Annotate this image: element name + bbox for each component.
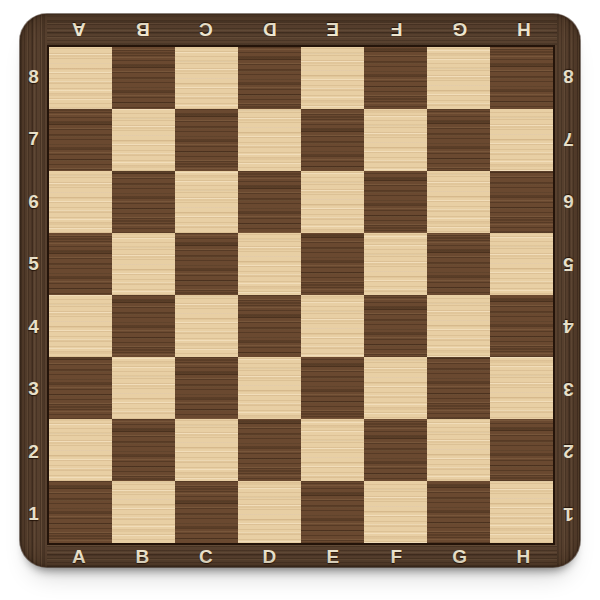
square-g6[interactable]: [427, 171, 490, 233]
square-e8[interactable]: [301, 47, 364, 109]
square-c7[interactable]: [175, 109, 238, 171]
square-b7[interactable]: [112, 109, 175, 171]
square-d6[interactable]: [238, 171, 301, 233]
square-a2[interactable]: [49, 419, 112, 481]
square-h8[interactable]: [490, 47, 553, 109]
square-d5[interactable]: [238, 233, 301, 295]
square-d1[interactable]: [238, 481, 301, 543]
square-e5[interactable]: [301, 233, 364, 295]
square-c5[interactable]: [175, 233, 238, 295]
square-f3[interactable]: [364, 357, 427, 419]
square-g2[interactable]: [427, 419, 490, 481]
square-b4[interactable]: [112, 295, 175, 357]
square-d8[interactable]: [238, 47, 301, 109]
square-d4[interactable]: [238, 295, 301, 357]
square-b6[interactable]: [112, 171, 175, 233]
square-c6[interactable]: [175, 171, 238, 233]
square-e3[interactable]: [301, 357, 364, 419]
square-a1[interactable]: [49, 481, 112, 543]
square-g5[interactable]: [427, 233, 490, 295]
square-c8[interactable]: [175, 47, 238, 109]
square-c4[interactable]: [175, 295, 238, 357]
square-a6[interactable]: [49, 171, 112, 233]
square-e1[interactable]: [301, 481, 364, 543]
square-g8[interactable]: [427, 47, 490, 109]
chess-board: ABCDEFGH ABCDEFGH 87654321 87654321: [20, 14, 580, 567]
square-e4[interactable]: [301, 295, 364, 357]
square-g4[interactable]: [427, 295, 490, 357]
square-c3[interactable]: [175, 357, 238, 419]
square-h5[interactable]: [490, 233, 553, 295]
square-f4[interactable]: [364, 295, 427, 357]
square-b1[interactable]: [112, 481, 175, 543]
square-d7[interactable]: [238, 109, 301, 171]
square-h1[interactable]: [490, 481, 553, 543]
square-b3[interactable]: [112, 357, 175, 419]
square-a7[interactable]: [49, 109, 112, 171]
square-f8[interactable]: [364, 47, 427, 109]
square-h6[interactable]: [490, 171, 553, 233]
frame-bottom: [20, 545, 580, 567]
square-a4[interactable]: [49, 295, 112, 357]
square-f2[interactable]: [364, 419, 427, 481]
square-f1[interactable]: [364, 481, 427, 543]
square-a3[interactable]: [49, 357, 112, 419]
square-b8[interactable]: [112, 47, 175, 109]
square-a5[interactable]: [49, 233, 112, 295]
square-c2[interactable]: [175, 419, 238, 481]
frame-top: [20, 14, 580, 45]
square-b2[interactable]: [112, 419, 175, 481]
square-a8[interactable]: [49, 47, 112, 109]
page-background: ABCDEFGH ABCDEFGH 87654321 87654321: [0, 0, 600, 600]
square-h7[interactable]: [490, 109, 553, 171]
square-d2[interactable]: [238, 419, 301, 481]
square-g1[interactable]: [427, 481, 490, 543]
square-f6[interactable]: [364, 171, 427, 233]
square-f7[interactable]: [364, 109, 427, 171]
square-e2[interactable]: [301, 419, 364, 481]
square-h3[interactable]: [490, 357, 553, 419]
square-f5[interactable]: [364, 233, 427, 295]
square-g7[interactable]: [427, 109, 490, 171]
square-d3[interactable]: [238, 357, 301, 419]
square-b5[interactable]: [112, 233, 175, 295]
square-h4[interactable]: [490, 295, 553, 357]
square-c1[interactable]: [175, 481, 238, 543]
square-g3[interactable]: [427, 357, 490, 419]
frame-left: [20, 14, 47, 567]
square-e6[interactable]: [301, 171, 364, 233]
square-h2[interactable]: [490, 419, 553, 481]
frame-right: [557, 14, 580, 567]
square-e7[interactable]: [301, 109, 364, 171]
play-area: [47, 45, 555, 545]
